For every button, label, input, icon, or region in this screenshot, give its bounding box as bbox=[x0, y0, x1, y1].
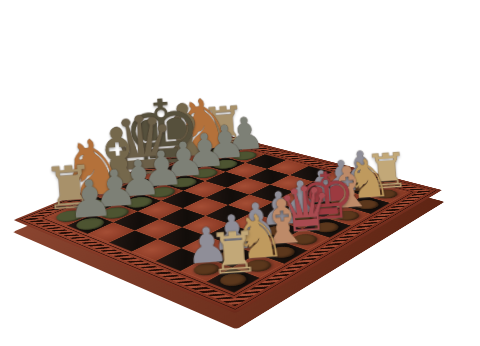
chess-board: ♜♞♝♛♚♝♞♜♟♟♟♟♟♟♟♟♟♟♟♟♟♟♟♟♜♞♝♛♚♝♞♜ bbox=[14, 134, 443, 314]
camera-roll: ♜♞♝♛♚♝♞♜♟♟♟♟♟♟♟♟♟♟♟♟♟♟♟♟♜♞♝♛♚♝♞♜ bbox=[0, 0, 480, 346]
pawn-glyph: ♟ bbox=[44, 170, 138, 227]
product-photo-scene: ♜♞♝♛♚♝♞♜♟♟♟♟♟♟♟♟♟♟♟♟♟♟♟♟♜♞♝♛♚♝♞♜ bbox=[0, 0, 480, 346]
rook-glyph: ♜ bbox=[180, 220, 288, 284]
perspective-container: ♜♞♝♛♚♝♞♜♟♟♟♟♟♟♟♟♟♟♟♟♟♟♟♟♜♞♝♛♚♝♞♜ bbox=[0, 0, 480, 346]
